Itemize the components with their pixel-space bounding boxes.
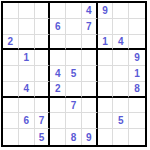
cell-r7c5[interactable]: 7 xyxy=(66,98,82,114)
cell-r6c3[interactable] xyxy=(35,82,51,98)
cell-r8c9[interactable] xyxy=(129,113,145,129)
cell-r7c3[interactable] xyxy=(35,98,51,114)
cell-r2c4[interactable]: 6 xyxy=(50,19,66,35)
cell-r8c3[interactable]: 7 xyxy=(35,113,51,129)
cell-r8c1[interactable] xyxy=(3,113,19,129)
cell-r7c1[interactable] xyxy=(3,98,19,114)
cell-r2c3[interactable] xyxy=(35,19,51,35)
cell-r1c1[interactable] xyxy=(3,3,19,19)
cell-r3c9[interactable] xyxy=(129,35,145,51)
cell-r7c6[interactable] xyxy=(82,98,98,114)
cell-r9c6[interactable]: 9 xyxy=(82,129,98,145)
cell-r3c4[interactable] xyxy=(50,35,66,51)
cell-r6c9[interactable]: 8 xyxy=(129,82,145,98)
cell-r9c1[interactable] xyxy=(3,129,19,145)
cell-r5c1[interactable] xyxy=(3,66,19,82)
cell-r5c9[interactable]: 1 xyxy=(129,66,145,82)
cell-r8c7[interactable] xyxy=(98,113,114,129)
cell-r5c4[interactable]: 4 xyxy=(50,66,66,82)
cell-r7c9[interactable] xyxy=(129,98,145,114)
cell-r9c3[interactable]: 5 xyxy=(35,129,51,145)
cell-r2c5[interactable] xyxy=(66,19,82,35)
cell-r8c8[interactable]: 5 xyxy=(113,113,129,129)
sudoku-board: 4967214194514287675589 xyxy=(1,1,147,147)
cell-r9c5[interactable]: 8 xyxy=(66,129,82,145)
cell-r4c7[interactable] xyxy=(98,50,114,66)
cell-r8c4[interactable] xyxy=(50,113,66,129)
cell-r6c2[interactable]: 4 xyxy=(19,82,35,98)
cell-r4c5[interactable] xyxy=(66,50,82,66)
cell-r4c9[interactable]: 9 xyxy=(129,50,145,66)
cell-r1c3[interactable] xyxy=(35,3,51,19)
cell-r5c8[interactable] xyxy=(113,66,129,82)
cell-r6c8[interactable] xyxy=(113,82,129,98)
cell-r1c8[interactable] xyxy=(113,3,129,19)
cell-r6c4[interactable]: 2 xyxy=(50,82,66,98)
cell-r4c4[interactable] xyxy=(50,50,66,66)
cell-r7c8[interactable] xyxy=(113,98,129,114)
cell-r2c9[interactable] xyxy=(129,19,145,35)
cell-r9c7[interactable] xyxy=(98,129,114,145)
cell-r4c6[interactable] xyxy=(82,50,98,66)
cell-r2c1[interactable] xyxy=(3,19,19,35)
cell-r1c7[interactable]: 9 xyxy=(98,3,114,19)
cell-r7c4[interactable] xyxy=(50,98,66,114)
cell-r4c2[interactable]: 1 xyxy=(19,50,35,66)
cell-r9c2[interactable] xyxy=(19,129,35,145)
cell-r3c8[interactable]: 4 xyxy=(113,35,129,51)
cell-r4c1[interactable] xyxy=(3,50,19,66)
cell-r3c6[interactable] xyxy=(82,35,98,51)
cell-r2c6[interactable]: 7 xyxy=(82,19,98,35)
cell-r5c2[interactable] xyxy=(19,66,35,82)
cell-r3c7[interactable]: 1 xyxy=(98,35,114,51)
cell-r7c7[interactable] xyxy=(98,98,114,114)
cell-r1c6[interactable]: 4 xyxy=(82,3,98,19)
cell-r8c2[interactable]: 6 xyxy=(19,113,35,129)
cell-r8c5[interactable] xyxy=(66,113,82,129)
cell-r1c5[interactable] xyxy=(66,3,82,19)
cell-r1c4[interactable] xyxy=(50,3,66,19)
cell-r5c3[interactable] xyxy=(35,66,51,82)
cell-r9c4[interactable] xyxy=(50,129,66,145)
cell-r3c3[interactable] xyxy=(35,35,51,51)
cell-r8c6[interactable] xyxy=(82,113,98,129)
cell-r5c6[interactable] xyxy=(82,66,98,82)
cell-r6c6[interactable] xyxy=(82,82,98,98)
cell-r4c8[interactable] xyxy=(113,50,129,66)
cell-r6c5[interactable] xyxy=(66,82,82,98)
cell-r9c8[interactable] xyxy=(113,129,129,145)
cell-r7c2[interactable] xyxy=(19,98,35,114)
cell-r6c1[interactable] xyxy=(3,82,19,98)
cell-r9c9[interactable] xyxy=(129,129,145,145)
cell-r1c9[interactable] xyxy=(129,3,145,19)
cell-r3c1[interactable]: 2 xyxy=(3,35,19,51)
cell-r1c2[interactable] xyxy=(19,3,35,19)
cell-r2c7[interactable] xyxy=(98,19,114,35)
cell-r3c2[interactable] xyxy=(19,35,35,51)
cell-r2c2[interactable] xyxy=(19,19,35,35)
cell-r4c3[interactable] xyxy=(35,50,51,66)
cell-r5c5[interactable]: 5 xyxy=(66,66,82,82)
cell-r2c8[interactable] xyxy=(113,19,129,35)
cell-r6c7[interactable] xyxy=(98,82,114,98)
cell-r3c5[interactable] xyxy=(66,35,82,51)
cell-r5c7[interactable] xyxy=(98,66,114,82)
